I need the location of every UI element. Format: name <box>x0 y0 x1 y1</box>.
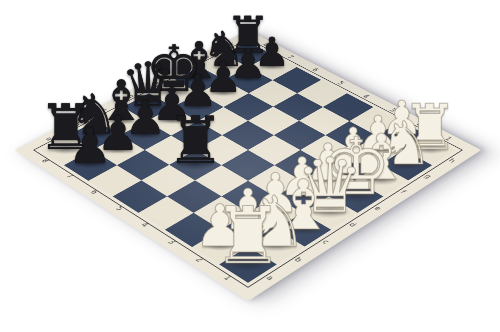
rank-label-4-left: 4 <box>139 222 149 228</box>
chess-set-photo: aabbccddeeffgghh1122334455667788 ♜♞♟♝♟♚♟… <box>0 0 500 332</box>
rank-label-3-left: 3 <box>166 239 176 245</box>
piece-black-pawn-a7[interactable]: ♟ <box>68 123 112 172</box>
rank-label-5-left: 5 <box>114 206 124 212</box>
rank-label-6-left: 6 <box>88 190 98 196</box>
rank-label-6-right: 6 <box>310 68 319 73</box>
piece-white-rook-a1[interactable]: ♜ <box>213 197 284 276</box>
rank-label-4-right: 4 <box>361 94 370 99</box>
rank-label-5-right: 5 <box>335 81 344 86</box>
piece-black-rook-c5[interactable]: ♜ <box>166 109 224 174</box>
